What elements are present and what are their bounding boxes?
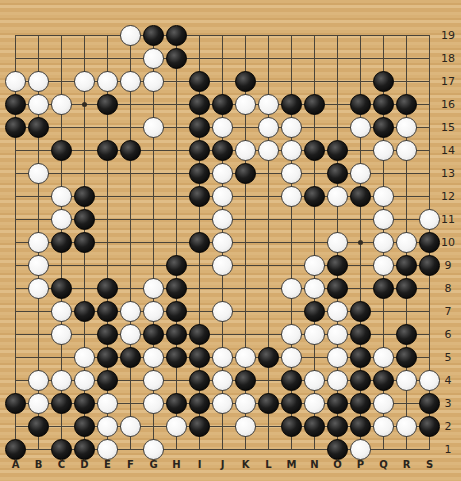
- intersection-G18[interactable]: [142, 47, 165, 70]
- intersection-P9[interactable]: [349, 254, 372, 277]
- intersection-I19[interactable]: [188, 24, 211, 47]
- intersection-G4[interactable]: [142, 369, 165, 392]
- intersection-N5[interactable]: [303, 346, 326, 369]
- intersection-R10[interactable]: [395, 231, 418, 254]
- intersection-L7[interactable]: [257, 300, 280, 323]
- intersection-F7[interactable]: [119, 300, 142, 323]
- intersection-K9[interactable]: [234, 254, 257, 277]
- intersection-E3[interactable]: [96, 392, 119, 415]
- intersection-F10[interactable]: [119, 231, 142, 254]
- intersection-C17[interactable]: [50, 70, 73, 93]
- intersection-B6[interactable]: [27, 323, 50, 346]
- intersection-M2[interactable]: [280, 415, 303, 438]
- intersection-K14[interactable]: [234, 139, 257, 162]
- intersection-C10[interactable]: [50, 231, 73, 254]
- intersection-K13[interactable]: [234, 162, 257, 185]
- intersection-Q6[interactable]: [372, 323, 395, 346]
- intersection-B10[interactable]: [27, 231, 50, 254]
- intersection-Q14[interactable]: [372, 139, 395, 162]
- intersection-R9[interactable]: [395, 254, 418, 277]
- intersection-N10[interactable]: [303, 231, 326, 254]
- intersection-P11[interactable]: [349, 208, 372, 231]
- intersection-Q13[interactable]: [372, 162, 395, 185]
- intersection-M14[interactable]: [280, 139, 303, 162]
- intersection-R16[interactable]: [395, 93, 418, 116]
- intersection-F18[interactable]: [119, 47, 142, 70]
- intersection-B12[interactable]: [27, 185, 50, 208]
- intersection-R6[interactable]: [395, 323, 418, 346]
- intersection-H14[interactable]: [165, 139, 188, 162]
- intersection-Q15[interactable]: [372, 116, 395, 139]
- intersection-R13[interactable]: [395, 162, 418, 185]
- intersection-K2[interactable]: [234, 415, 257, 438]
- intersection-O2[interactable]: [326, 415, 349, 438]
- intersection-G3[interactable]: [142, 392, 165, 415]
- intersection-H13[interactable]: [165, 162, 188, 185]
- intersection-N16[interactable]: [303, 93, 326, 116]
- intersection-B13[interactable]: [27, 162, 50, 185]
- intersection-I13[interactable]: [188, 162, 211, 185]
- intersection-H7[interactable]: [165, 300, 188, 323]
- intersection-H19[interactable]: [165, 24, 188, 47]
- intersection-O19[interactable]: [326, 24, 349, 47]
- intersection-I4[interactable]: [188, 369, 211, 392]
- intersection-K11[interactable]: [234, 208, 257, 231]
- intersection-J13[interactable]: [211, 162, 234, 185]
- intersection-Q2[interactable]: [372, 415, 395, 438]
- intersection-D8[interactable]: [73, 277, 96, 300]
- intersection-D2[interactable]: [73, 415, 96, 438]
- intersection-G13[interactable]: [142, 162, 165, 185]
- intersection-J12[interactable]: [211, 185, 234, 208]
- intersection-O7[interactable]: [326, 300, 349, 323]
- intersection-I15[interactable]: [188, 116, 211, 139]
- intersection-R7[interactable]: [395, 300, 418, 323]
- intersection-C15[interactable]: [50, 116, 73, 139]
- intersection-N13[interactable]: [303, 162, 326, 185]
- intersection-N11[interactable]: [303, 208, 326, 231]
- intersection-L15[interactable]: [257, 116, 280, 139]
- intersection-A9[interactable]: [4, 254, 27, 277]
- intersection-L12[interactable]: [257, 185, 280, 208]
- intersection-L10[interactable]: [257, 231, 280, 254]
- intersection-F17[interactable]: [119, 70, 142, 93]
- intersection-Q10[interactable]: [372, 231, 395, 254]
- intersection-F12[interactable]: [119, 185, 142, 208]
- intersection-Q19[interactable]: [372, 24, 395, 47]
- go-board[interactable]: [4, 24, 441, 461]
- intersection-J11[interactable]: [211, 208, 234, 231]
- intersection-P19[interactable]: [349, 24, 372, 47]
- intersection-H8[interactable]: [165, 277, 188, 300]
- intersection-F2[interactable]: [119, 415, 142, 438]
- intersection-D14[interactable]: [73, 139, 96, 162]
- intersection-N7[interactable]: [303, 300, 326, 323]
- intersection-R17[interactable]: [395, 70, 418, 93]
- intersection-P3[interactable]: [349, 392, 372, 415]
- intersection-N18[interactable]: [303, 47, 326, 70]
- intersection-O11[interactable]: [326, 208, 349, 231]
- intersection-K8[interactable]: [234, 277, 257, 300]
- intersection-J8[interactable]: [211, 277, 234, 300]
- intersection-R3[interactable]: [395, 392, 418, 415]
- intersection-Q11[interactable]: [372, 208, 395, 231]
- intersection-B2[interactable]: [27, 415, 50, 438]
- intersection-O10[interactable]: [326, 231, 349, 254]
- intersection-R8[interactable]: [395, 277, 418, 300]
- intersection-A6[interactable]: [4, 323, 27, 346]
- intersection-M4[interactable]: [280, 369, 303, 392]
- intersection-A11[interactable]: [4, 208, 27, 231]
- intersection-N8[interactable]: [303, 277, 326, 300]
- intersection-I2[interactable]: [188, 415, 211, 438]
- intersection-D15[interactable]: [73, 116, 96, 139]
- intersection-D11[interactable]: [73, 208, 96, 231]
- intersection-A15[interactable]: [4, 116, 27, 139]
- intersection-C19[interactable]: [50, 24, 73, 47]
- intersection-R5[interactable]: [395, 346, 418, 369]
- intersection-J3[interactable]: [211, 392, 234, 415]
- intersection-A4[interactable]: [4, 369, 27, 392]
- intersection-F15[interactable]: [119, 116, 142, 139]
- intersection-G5[interactable]: [142, 346, 165, 369]
- intersection-O15[interactable]: [326, 116, 349, 139]
- intersection-C3[interactable]: [50, 392, 73, 415]
- intersection-R19[interactable]: [395, 24, 418, 47]
- intersection-C2[interactable]: [50, 415, 73, 438]
- intersection-M17[interactable]: [280, 70, 303, 93]
- intersection-O16[interactable]: [326, 93, 349, 116]
- intersection-I12[interactable]: [188, 185, 211, 208]
- intersection-K12[interactable]: [234, 185, 257, 208]
- intersection-L8[interactable]: [257, 277, 280, 300]
- intersection-A2[interactable]: [4, 415, 27, 438]
- intersection-D7[interactable]: [73, 300, 96, 323]
- intersection-C11[interactable]: [50, 208, 73, 231]
- intersection-C4[interactable]: [50, 369, 73, 392]
- intersection-B11[interactable]: [27, 208, 50, 231]
- intersection-F5[interactable]: [119, 346, 142, 369]
- intersection-N17[interactable]: [303, 70, 326, 93]
- intersection-J18[interactable]: [211, 47, 234, 70]
- intersection-E16[interactable]: [96, 93, 119, 116]
- intersection-O12[interactable]: [326, 185, 349, 208]
- intersection-A7[interactable]: [4, 300, 27, 323]
- intersection-Q5[interactable]: [372, 346, 395, 369]
- intersection-B5[interactable]: [27, 346, 50, 369]
- intersection-H16[interactable]: [165, 93, 188, 116]
- intersection-R15[interactable]: [395, 116, 418, 139]
- intersection-A12[interactable]: [4, 185, 27, 208]
- intersection-B8[interactable]: [27, 277, 50, 300]
- intersection-O4[interactable]: [326, 369, 349, 392]
- intersection-B18[interactable]: [27, 47, 50, 70]
- intersection-F3[interactable]: [119, 392, 142, 415]
- intersection-P5[interactable]: [349, 346, 372, 369]
- intersection-F19[interactable]: [119, 24, 142, 47]
- intersection-M10[interactable]: [280, 231, 303, 254]
- intersection-E5[interactable]: [96, 346, 119, 369]
- intersection-H4[interactable]: [165, 369, 188, 392]
- intersection-E7[interactable]: [96, 300, 119, 323]
- intersection-K3[interactable]: [234, 392, 257, 415]
- intersection-L9[interactable]: [257, 254, 280, 277]
- intersection-I8[interactable]: [188, 277, 211, 300]
- intersection-G9[interactable]: [142, 254, 165, 277]
- intersection-A17[interactable]: [4, 70, 27, 93]
- intersection-I5[interactable]: [188, 346, 211, 369]
- intersection-J7[interactable]: [211, 300, 234, 323]
- intersection-J16[interactable]: [211, 93, 234, 116]
- intersection-M18[interactable]: [280, 47, 303, 70]
- intersection-O5[interactable]: [326, 346, 349, 369]
- intersection-O18[interactable]: [326, 47, 349, 70]
- intersection-O8[interactable]: [326, 277, 349, 300]
- intersection-H18[interactable]: [165, 47, 188, 70]
- intersection-F6[interactable]: [119, 323, 142, 346]
- intersection-K16[interactable]: [234, 93, 257, 116]
- intersection-K10[interactable]: [234, 231, 257, 254]
- intersection-K15[interactable]: [234, 116, 257, 139]
- intersection-G19[interactable]: [142, 24, 165, 47]
- intersection-H3[interactable]: [165, 392, 188, 415]
- intersection-P15[interactable]: [349, 116, 372, 139]
- intersection-M7[interactable]: [280, 300, 303, 323]
- intersection-L3[interactable]: [257, 392, 280, 415]
- intersection-G10[interactable]: [142, 231, 165, 254]
- intersection-P8[interactable]: [349, 277, 372, 300]
- intersection-N3[interactable]: [303, 392, 326, 415]
- intersection-I18[interactable]: [188, 47, 211, 70]
- intersection-M12[interactable]: [280, 185, 303, 208]
- intersection-F8[interactable]: [119, 277, 142, 300]
- intersection-B19[interactable]: [27, 24, 50, 47]
- intersection-H9[interactable]: [165, 254, 188, 277]
- intersection-G11[interactable]: [142, 208, 165, 231]
- intersection-G8[interactable]: [142, 277, 165, 300]
- intersection-H10[interactable]: [165, 231, 188, 254]
- intersection-O9[interactable]: [326, 254, 349, 277]
- intersection-N12[interactable]: [303, 185, 326, 208]
- intersection-J10[interactable]: [211, 231, 234, 254]
- intersection-N4[interactable]: [303, 369, 326, 392]
- intersection-O17[interactable]: [326, 70, 349, 93]
- intersection-P17[interactable]: [349, 70, 372, 93]
- intersection-G14[interactable]: [142, 139, 165, 162]
- intersection-C18[interactable]: [50, 47, 73, 70]
- intersection-M11[interactable]: [280, 208, 303, 231]
- intersection-R18[interactable]: [395, 47, 418, 70]
- intersection-A8[interactable]: [4, 277, 27, 300]
- intersection-D3[interactable]: [73, 392, 96, 415]
- intersection-C14[interactable]: [50, 139, 73, 162]
- intersection-G16[interactable]: [142, 93, 165, 116]
- intersection-K7[interactable]: [234, 300, 257, 323]
- intersection-G7[interactable]: [142, 300, 165, 323]
- intersection-L16[interactable]: [257, 93, 280, 116]
- intersection-E12[interactable]: [96, 185, 119, 208]
- intersection-E6[interactable]: [96, 323, 119, 346]
- intersection-L5[interactable]: [257, 346, 280, 369]
- intersection-B7[interactable]: [27, 300, 50, 323]
- intersection-H2[interactable]: [165, 415, 188, 438]
- intersection-A14[interactable]: [4, 139, 27, 162]
- intersection-J9[interactable]: [211, 254, 234, 277]
- intersection-B4[interactable]: [27, 369, 50, 392]
- intersection-N9[interactable]: [303, 254, 326, 277]
- intersection-K19[interactable]: [234, 24, 257, 47]
- intersection-L14[interactable]: [257, 139, 280, 162]
- intersection-L11[interactable]: [257, 208, 280, 231]
- intersection-N14[interactable]: [303, 139, 326, 162]
- intersection-P13[interactable]: [349, 162, 372, 185]
- intersection-D17[interactable]: [73, 70, 96, 93]
- intersection-M6[interactable]: [280, 323, 303, 346]
- intersection-J4[interactable]: [211, 369, 234, 392]
- intersection-F4[interactable]: [119, 369, 142, 392]
- intersection-Q18[interactable]: [372, 47, 395, 70]
- intersection-I17[interactable]: [188, 70, 211, 93]
- intersection-L13[interactable]: [257, 162, 280, 185]
- intersection-E4[interactable]: [96, 369, 119, 392]
- intersection-H6[interactable]: [165, 323, 188, 346]
- intersection-F14[interactable]: [119, 139, 142, 162]
- intersection-I16[interactable]: [188, 93, 211, 116]
- intersection-K18[interactable]: [234, 47, 257, 70]
- intersection-G2[interactable]: [142, 415, 165, 438]
- intersection-Q8[interactable]: [372, 277, 395, 300]
- intersection-E8[interactable]: [96, 277, 119, 300]
- intersection-J19[interactable]: [211, 24, 234, 47]
- intersection-J6[interactable]: [211, 323, 234, 346]
- intersection-H15[interactable]: [165, 116, 188, 139]
- intersection-E19[interactable]: [96, 24, 119, 47]
- intersection-N15[interactable]: [303, 116, 326, 139]
- intersection-A16[interactable]: [4, 93, 27, 116]
- intersection-P12[interactable]: [349, 185, 372, 208]
- intersection-E9[interactable]: [96, 254, 119, 277]
- intersection-E17[interactable]: [96, 70, 119, 93]
- intersection-C8[interactable]: [50, 277, 73, 300]
- intersection-L19[interactable]: [257, 24, 280, 47]
- intersection-J5[interactable]: [211, 346, 234, 369]
- intersection-K17[interactable]: [234, 70, 257, 93]
- intersection-I11[interactable]: [188, 208, 211, 231]
- intersection-Q12[interactable]: [372, 185, 395, 208]
- intersection-P6[interactable]: [349, 323, 372, 346]
- intersection-G17[interactable]: [142, 70, 165, 93]
- intersection-A13[interactable]: [4, 162, 27, 185]
- intersection-G12[interactable]: [142, 185, 165, 208]
- intersection-O14[interactable]: [326, 139, 349, 162]
- intersection-A10[interactable]: [4, 231, 27, 254]
- intersection-D6[interactable]: [73, 323, 96, 346]
- intersection-N19[interactable]: [303, 24, 326, 47]
- intersection-I9[interactable]: [188, 254, 211, 277]
- intersection-Q3[interactable]: [372, 392, 395, 415]
- intersection-F11[interactable]: [119, 208, 142, 231]
- intersection-A3[interactable]: [4, 392, 27, 415]
- intersection-K6[interactable]: [234, 323, 257, 346]
- intersection-R11[interactable]: [395, 208, 418, 231]
- intersection-R14[interactable]: [395, 139, 418, 162]
- intersection-L2[interactable]: [257, 415, 280, 438]
- intersection-P2[interactable]: [349, 415, 372, 438]
- intersection-N6[interactable]: [303, 323, 326, 346]
- intersection-B15[interactable]: [27, 116, 50, 139]
- intersection-E2[interactable]: [96, 415, 119, 438]
- intersection-D12[interactable]: [73, 185, 96, 208]
- intersection-H5[interactable]: [165, 346, 188, 369]
- intersection-C16[interactable]: [50, 93, 73, 116]
- intersection-D19[interactable]: [73, 24, 96, 47]
- intersection-I7[interactable]: [188, 300, 211, 323]
- intersection-C9[interactable]: [50, 254, 73, 277]
- intersection-G6[interactable]: [142, 323, 165, 346]
- intersection-F9[interactable]: [119, 254, 142, 277]
- intersection-R4[interactable]: [395, 369, 418, 392]
- intersection-D9[interactable]: [73, 254, 96, 277]
- intersection-L4[interactable]: [257, 369, 280, 392]
- intersection-M5[interactable]: [280, 346, 303, 369]
- intersection-G15[interactable]: [142, 116, 165, 139]
- intersection-H11[interactable]: [165, 208, 188, 231]
- intersection-M13[interactable]: [280, 162, 303, 185]
- intersection-Q4[interactable]: [372, 369, 395, 392]
- intersection-M15[interactable]: [280, 116, 303, 139]
- intersection-J14[interactable]: [211, 139, 234, 162]
- intersection-P7[interactable]: [349, 300, 372, 323]
- intersection-H12[interactable]: [165, 185, 188, 208]
- intersection-L18[interactable]: [257, 47, 280, 70]
- intersection-A18[interactable]: [4, 47, 27, 70]
- intersection-L6[interactable]: [257, 323, 280, 346]
- intersection-D10[interactable]: [73, 231, 96, 254]
- intersection-C7[interactable]: [50, 300, 73, 323]
- intersection-M19[interactable]: [280, 24, 303, 47]
- intersection-F16[interactable]: [119, 93, 142, 116]
- intersection-Q16[interactable]: [372, 93, 395, 116]
- intersection-P16[interactable]: [349, 93, 372, 116]
- intersection-D4[interactable]: [73, 369, 96, 392]
- intersection-N2[interactable]: [303, 415, 326, 438]
- intersection-M8[interactable]: [280, 277, 303, 300]
- intersection-E13[interactable]: [96, 162, 119, 185]
- intersection-B9[interactable]: [27, 254, 50, 277]
- intersection-Q7[interactable]: [372, 300, 395, 323]
- intersection-E15[interactable]: [96, 116, 119, 139]
- intersection-B3[interactable]: [27, 392, 50, 415]
- intersection-E14[interactable]: [96, 139, 119, 162]
- intersection-O6[interactable]: [326, 323, 349, 346]
- intersection-J2[interactable]: [211, 415, 234, 438]
- intersection-M16[interactable]: [280, 93, 303, 116]
- intersection-E10[interactable]: [96, 231, 119, 254]
- intersection-K4[interactable]: [234, 369, 257, 392]
- intersection-H17[interactable]: [165, 70, 188, 93]
- intersection-C6[interactable]: [50, 323, 73, 346]
- intersection-J15[interactable]: [211, 116, 234, 139]
- intersection-P10[interactable]: [349, 231, 372, 254]
- intersection-M3[interactable]: [280, 392, 303, 415]
- intersection-C13[interactable]: [50, 162, 73, 185]
- intersection-R2[interactable]: [395, 415, 418, 438]
- intersection-I3[interactable]: [188, 392, 211, 415]
- intersection-E18[interactable]: [96, 47, 119, 70]
- intersection-D13[interactable]: [73, 162, 96, 185]
- intersection-P4[interactable]: [349, 369, 372, 392]
- intersection-B17[interactable]: [27, 70, 50, 93]
